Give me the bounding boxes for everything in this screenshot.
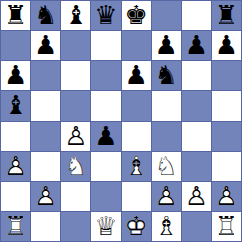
square-a2[interactable] bbox=[1, 182, 30, 211]
square-g1[interactable] bbox=[182, 212, 211, 241]
black-pawn[interactable]: ♟ bbox=[1, 61, 30, 90]
square-c5[interactable] bbox=[61, 91, 90, 120]
square-e4[interactable] bbox=[122, 122, 151, 151]
square-b7[interactable]: ♟ bbox=[31, 31, 60, 60]
black-bishop[interactable]: ♝ bbox=[1, 91, 30, 120]
square-a5[interactable]: ♝ bbox=[1, 91, 30, 120]
white-bishop[interactable]: ♝♗ bbox=[122, 152, 151, 181]
white-pawn[interactable]: ♟♙ bbox=[152, 182, 181, 211]
square-g6[interactable] bbox=[182, 61, 211, 90]
black-knight[interactable]: ♞ bbox=[31, 1, 60, 30]
square-a6[interactable]: ♟ bbox=[1, 61, 30, 90]
black-bishop[interactable]: ♝ bbox=[61, 1, 90, 30]
square-d1[interactable]: ♛♕ bbox=[91, 212, 120, 241]
square-e1[interactable]: ♚♔ bbox=[122, 212, 151, 241]
square-h8[interactable]: ♜ bbox=[212, 1, 241, 30]
white-queen[interactable]: ♛♕ bbox=[91, 212, 120, 241]
white-pawn[interactable]: ♟♙ bbox=[61, 122, 90, 151]
square-h7[interactable]: ♟ bbox=[212, 31, 241, 60]
chess-diagram: ♜♞♝♛♚♜♟♟♟♟♟♟♞♝♟♙♟♟♙♞♘♝♗♞♘♟♙♟♙♟♙♟♙♜♖♛♕♚♔♝… bbox=[0, 0, 242, 242]
square-f8[interactable] bbox=[152, 1, 181, 30]
white-knight[interactable]: ♞♘ bbox=[61, 152, 90, 181]
white-pawn[interactable]: ♟♙ bbox=[182, 182, 211, 211]
square-h2[interactable]: ♟♙ bbox=[212, 182, 241, 211]
square-c6[interactable] bbox=[61, 61, 90, 90]
square-d7[interactable] bbox=[91, 31, 120, 60]
white-pawn[interactable]: ♟♙ bbox=[212, 182, 241, 211]
square-h3[interactable] bbox=[212, 152, 241, 181]
black-pawn[interactable]: ♟ bbox=[212, 31, 241, 60]
square-b6[interactable] bbox=[31, 61, 60, 90]
black-king[interactable]: ♚ bbox=[122, 1, 151, 30]
square-b2[interactable]: ♟♙ bbox=[31, 182, 60, 211]
square-h1[interactable]: ♜♖ bbox=[212, 212, 241, 241]
square-g5[interactable] bbox=[182, 91, 211, 120]
square-a7[interactable] bbox=[1, 31, 30, 60]
square-e6[interactable]: ♟ bbox=[122, 61, 151, 90]
square-h6[interactable] bbox=[212, 61, 241, 90]
square-c2[interactable] bbox=[61, 182, 90, 211]
black-pawn[interactable]: ♟ bbox=[122, 61, 151, 90]
square-c8[interactable]: ♝ bbox=[61, 1, 90, 30]
square-b5[interactable] bbox=[31, 91, 60, 120]
square-e3[interactable]: ♝♗ bbox=[122, 152, 151, 181]
square-a8[interactable]: ♜ bbox=[1, 1, 30, 30]
square-c1[interactable] bbox=[61, 212, 90, 241]
black-pawn[interactable]: ♟ bbox=[152, 31, 181, 60]
square-b4[interactable] bbox=[31, 122, 60, 151]
square-d3[interactable] bbox=[91, 152, 120, 181]
square-g7[interactable]: ♟ bbox=[182, 31, 211, 60]
square-d6[interactable] bbox=[91, 61, 120, 90]
white-rook[interactable]: ♜♖ bbox=[1, 212, 30, 241]
black-pawn[interactable]: ♟ bbox=[182, 31, 211, 60]
white-pawn[interactable]: ♟♙ bbox=[1, 152, 30, 181]
square-f2[interactable]: ♟♙ bbox=[152, 182, 181, 211]
square-f5[interactable] bbox=[152, 91, 181, 120]
square-b3[interactable] bbox=[31, 152, 60, 181]
square-b1[interactable] bbox=[31, 212, 60, 241]
black-queen[interactable]: ♛ bbox=[91, 1, 120, 30]
white-rook[interactable]: ♜♖ bbox=[212, 212, 241, 241]
white-king[interactable]: ♚♔ bbox=[122, 212, 151, 241]
square-g8[interactable] bbox=[182, 1, 211, 30]
black-pawn[interactable]: ♟ bbox=[91, 122, 120, 151]
white-pawn[interactable]: ♟♙ bbox=[31, 182, 60, 211]
square-g2[interactable]: ♟♙ bbox=[182, 182, 211, 211]
square-c3[interactable]: ♞♘ bbox=[61, 152, 90, 181]
black-rook[interactable]: ♜ bbox=[1, 1, 30, 30]
square-f7[interactable]: ♟ bbox=[152, 31, 181, 60]
square-g3[interactable] bbox=[182, 152, 211, 181]
square-a4[interactable] bbox=[1, 122, 30, 151]
square-b8[interactable]: ♞ bbox=[31, 1, 60, 30]
square-e5[interactable] bbox=[122, 91, 151, 120]
black-pawn[interactable]: ♟ bbox=[31, 31, 60, 60]
square-e2[interactable] bbox=[122, 182, 151, 211]
square-f3[interactable]: ♞♘ bbox=[152, 152, 181, 181]
square-e8[interactable]: ♚ bbox=[122, 1, 151, 30]
square-f6[interactable]: ♞ bbox=[152, 61, 181, 90]
square-d8[interactable]: ♛ bbox=[91, 1, 120, 30]
square-e7[interactable] bbox=[122, 31, 151, 60]
black-knight[interactable]: ♞ bbox=[152, 61, 181, 90]
square-d5[interactable] bbox=[91, 91, 120, 120]
square-f1[interactable]: ♝♗ bbox=[152, 212, 181, 241]
chess-board: ♜♞♝♛♚♜♟♟♟♟♟♟♞♝♟♙♟♟♙♞♘♝♗♞♘♟♙♟♙♟♙♟♙♜♖♛♕♚♔♝… bbox=[0, 0, 242, 242]
square-c7[interactable] bbox=[61, 31, 90, 60]
white-bishop[interactable]: ♝♗ bbox=[152, 212, 181, 241]
square-g4[interactable] bbox=[182, 122, 211, 151]
square-a1[interactable]: ♜♖ bbox=[1, 212, 30, 241]
white-knight[interactable]: ♞♘ bbox=[152, 152, 181, 181]
square-h5[interactable] bbox=[212, 91, 241, 120]
square-h4[interactable] bbox=[212, 122, 241, 151]
square-c4[interactable]: ♟♙ bbox=[61, 122, 90, 151]
square-f4[interactable] bbox=[152, 122, 181, 151]
square-d4[interactable]: ♟ bbox=[91, 122, 120, 151]
square-a3[interactable]: ♟♙ bbox=[1, 152, 30, 181]
black-rook[interactable]: ♜ bbox=[212, 1, 241, 30]
square-d2[interactable] bbox=[91, 182, 120, 211]
